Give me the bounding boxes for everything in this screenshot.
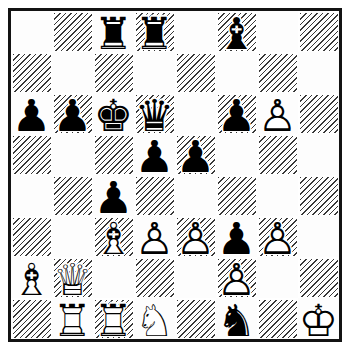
piece-white-rook[interactable]: ♜♖	[52, 298, 93, 339]
square-d5[interactable]: ♟♟	[134, 134, 175, 175]
square-g8[interactable]	[257, 11, 298, 52]
chess-diagram: ♜♜♜♜♝♝♟♟♟♟♚♚♛♛♟♟♟♙♟♟♟♟♟♟♝♗♟♙♟♙♟♟♟♙♝♗♛♕♟♙…	[0, 0, 350, 350]
piece-glyph: ♘	[135, 298, 174, 342]
square-a7[interactable]	[11, 52, 52, 93]
piece-glyph: ♜	[94, 11, 133, 55]
piece-black-king[interactable]: ♚♚	[93, 93, 134, 134]
square-b3[interactable]	[52, 216, 93, 257]
piece-white-knight[interactable]: ♞♘	[134, 298, 175, 339]
square-c2[interactable]	[93, 257, 134, 298]
square-a1[interactable]	[11, 298, 52, 339]
square-g7[interactable]	[257, 52, 298, 93]
square-c7[interactable]	[93, 52, 134, 93]
piece-white-pawn[interactable]: ♟♙	[257, 216, 298, 257]
square-a4[interactable]	[11, 175, 52, 216]
square-b1[interactable]: ♜♖	[52, 298, 93, 339]
square-a3[interactable]	[11, 216, 52, 257]
piece-glyph: ♗	[94, 216, 133, 260]
piece-black-pawn[interactable]: ♟♟	[175, 134, 216, 175]
square-b6[interactable]: ♟♟	[52, 93, 93, 134]
square-b5[interactable]	[52, 134, 93, 175]
square-e8[interactable]	[175, 11, 216, 52]
piece-white-king[interactable]: ♚♔	[298, 298, 339, 339]
piece-glyph: ♙	[258, 216, 297, 260]
square-d7[interactable]	[134, 52, 175, 93]
square-h8[interactable]	[298, 11, 339, 52]
square-b2[interactable]: ♛♕	[52, 257, 93, 298]
piece-black-knight[interactable]: ♞♞	[216, 298, 257, 339]
piece-black-bishop[interactable]: ♝♝	[216, 11, 257, 52]
piece-glyph: ♔	[299, 298, 338, 342]
square-e1[interactable]	[175, 298, 216, 339]
square-a8[interactable]	[11, 11, 52, 52]
piece-black-pawn[interactable]: ♟♟	[134, 134, 175, 175]
piece-glyph: ♖	[94, 298, 133, 342]
square-h3[interactable]	[298, 216, 339, 257]
square-e7[interactable]	[175, 52, 216, 93]
piece-black-pawn[interactable]: ♟♟	[93, 175, 134, 216]
square-d3[interactable]: ♟♙	[134, 216, 175, 257]
square-c4[interactable]: ♟♟	[93, 175, 134, 216]
piece-white-bishop[interactable]: ♝♗	[93, 216, 134, 257]
square-g5[interactable]	[257, 134, 298, 175]
piece-glyph: ♜	[135, 11, 174, 55]
piece-white-queen[interactable]: ♛♕	[52, 257, 93, 298]
square-f1[interactable]: ♞♞	[216, 298, 257, 339]
square-b7[interactable]	[52, 52, 93, 93]
piece-black-rook[interactable]: ♜♜	[93, 11, 134, 52]
piece-white-rook[interactable]: ♜♖	[93, 298, 134, 339]
square-g1[interactable]	[257, 298, 298, 339]
square-f4[interactable]	[216, 175, 257, 216]
square-f6[interactable]: ♟♟	[216, 93, 257, 134]
piece-glyph: ♙	[258, 93, 297, 137]
piece-glyph: ♙	[176, 216, 215, 260]
piece-black-rook[interactable]: ♜♜	[134, 11, 175, 52]
square-e2[interactable]	[175, 257, 216, 298]
square-h1[interactable]: ♚♔	[298, 298, 339, 339]
square-f8[interactable]: ♝♝	[216, 11, 257, 52]
square-d4[interactable]	[134, 175, 175, 216]
square-g6[interactable]: ♟♙	[257, 93, 298, 134]
piece-glyph: ♝	[217, 11, 256, 55]
piece-white-pawn[interactable]: ♟♙	[175, 216, 216, 257]
square-e3[interactable]: ♟♙	[175, 216, 216, 257]
square-g2[interactable]	[257, 257, 298, 298]
square-c6[interactable]: ♚♚	[93, 93, 134, 134]
square-c3[interactable]: ♝♗	[93, 216, 134, 257]
square-a6[interactable]: ♟♟	[11, 93, 52, 134]
square-g3[interactable]: ♟♙	[257, 216, 298, 257]
square-b8[interactable]	[52, 11, 93, 52]
piece-glyph: ♖	[53, 298, 92, 342]
piece-white-pawn[interactable]: ♟♙	[134, 216, 175, 257]
square-e6[interactable]	[175, 93, 216, 134]
piece-black-pawn[interactable]: ♟♟	[11, 93, 52, 134]
square-b4[interactable]	[52, 175, 93, 216]
square-a2[interactable]: ♝♗	[11, 257, 52, 298]
piece-glyph: ♟	[176, 134, 215, 178]
square-h7[interactable]	[298, 52, 339, 93]
piece-glyph: ♟	[53, 93, 92, 137]
square-g4[interactable]	[257, 175, 298, 216]
square-e5[interactable]: ♟♟	[175, 134, 216, 175]
square-d1[interactable]: ♞♘	[134, 298, 175, 339]
square-h2[interactable]	[298, 257, 339, 298]
piece-black-pawn[interactable]: ♟♟	[216, 216, 257, 257]
square-d6[interactable]: ♛♛	[134, 93, 175, 134]
square-a5[interactable]	[11, 134, 52, 175]
square-h5[interactable]	[298, 134, 339, 175]
piece-glyph: ♟	[12, 93, 51, 137]
piece-glyph: ♞	[217, 298, 256, 342]
chess-board: ♜♜♜♜♝♝♟♟♟♟♚♚♛♛♟♟♟♙♟♟♟♟♟♟♝♗♟♙♟♙♟♟♟♙♝♗♛♕♟♙…	[8, 8, 342, 342]
piece-glyph: ♚	[94, 93, 133, 137]
piece-glyph: ♟	[135, 134, 174, 178]
piece-white-pawn[interactable]: ♟♙	[257, 93, 298, 134]
square-f2[interactable]: ♟♙	[216, 257, 257, 298]
piece-glyph: ♗	[12, 257, 51, 301]
square-h6[interactable]	[298, 93, 339, 134]
piece-black-pawn[interactable]: ♟♟	[216, 93, 257, 134]
square-h4[interactable]	[298, 175, 339, 216]
square-c8[interactable]: ♜♜	[93, 11, 134, 52]
square-c1[interactable]: ♜♖	[93, 298, 134, 339]
piece-white-pawn[interactable]: ♟♙	[216, 257, 257, 298]
square-f7[interactable]	[216, 52, 257, 93]
piece-black-pawn[interactable]: ♟♟	[52, 93, 93, 134]
square-f5[interactable]	[216, 134, 257, 175]
piece-white-bishop[interactable]: ♝♗	[11, 257, 52, 298]
square-d2[interactable]	[134, 257, 175, 298]
piece-glyph: ♟	[217, 93, 256, 137]
square-e4[interactable]	[175, 175, 216, 216]
piece-glyph: ♙	[135, 216, 174, 260]
square-d8[interactable]: ♜♜	[134, 11, 175, 52]
square-f3[interactable]: ♟♟	[216, 216, 257, 257]
piece-black-queen[interactable]: ♛♛	[134, 93, 175, 134]
square-c5[interactable]	[93, 134, 134, 175]
